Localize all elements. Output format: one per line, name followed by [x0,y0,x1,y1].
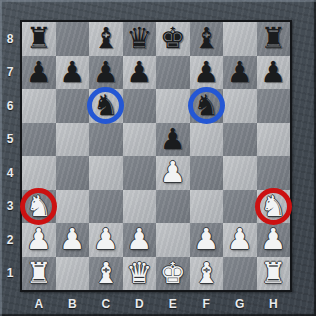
square-h7[interactable]: ♟ [257,56,291,90]
square-g8[interactable] [223,22,257,56]
rank-label-6: 6 [0,89,20,123]
square-d8[interactable]: ♛ [123,22,157,56]
piece-white-queen: ♛ [123,257,157,291]
piece-white-pawn: ♟ [22,223,56,257]
piece-black-pawn: ♟ [123,56,157,90]
piece-white-pawn: ♟ [257,223,291,257]
square-f3[interactable] [190,190,224,224]
square-f8[interactable]: ♝ [190,22,224,56]
square-d1[interactable]: ♛ [123,257,157,291]
square-b1[interactable] [56,257,90,291]
square-a2[interactable]: ♟ [22,223,56,257]
chess-board: ♜♝♛♚♝♜♟♟♟♟♟♟♟♞♞♟♟♞♞♟♟♟♟♟♟♟♜♝♛♚♝♜ [22,22,290,290]
square-d3[interactable] [123,190,157,224]
piece-black-pawn: ♟ [257,56,291,90]
file-labels: ABCDEFGH [22,292,290,316]
square-e6[interactable] [156,89,190,123]
square-g4[interactable] [223,156,257,190]
square-e7[interactable] [156,56,190,90]
piece-white-pawn: ♟ [123,223,157,257]
file-label-f: F [190,292,224,316]
square-c2[interactable]: ♟ [89,223,123,257]
piece-white-knight: ♞ [257,190,291,224]
square-b8[interactable] [56,22,90,56]
piece-white-bishop: ♝ [89,257,123,291]
square-e4[interactable]: ♟ [156,156,190,190]
square-d6[interactable] [123,89,157,123]
square-h4[interactable] [257,156,291,190]
square-g3[interactable] [223,190,257,224]
square-b6[interactable] [56,89,90,123]
square-h1[interactable]: ♜ [257,257,291,291]
piece-black-pawn: ♟ [22,56,56,90]
rank-label-5: 5 [0,123,20,157]
square-b5[interactable] [56,123,90,157]
square-a7[interactable]: ♟ [22,56,56,90]
square-b7[interactable]: ♟ [56,56,90,90]
piece-black-knight: ♞ [89,89,123,123]
square-c7[interactable]: ♟ [89,56,123,90]
rank-label-2: 2 [0,223,20,257]
square-a3[interactable]: ♞ [22,190,56,224]
square-h6[interactable] [257,89,291,123]
square-f1[interactable]: ♝ [190,257,224,291]
square-c3[interactable] [89,190,123,224]
piece-black-king: ♚ [156,22,190,56]
file-label-d: D [123,292,157,316]
square-g1[interactable] [223,257,257,291]
square-a1[interactable]: ♜ [22,257,56,291]
square-d4[interactable] [123,156,157,190]
square-g5[interactable] [223,123,257,157]
square-f4[interactable] [190,156,224,190]
piece-white-knight: ♞ [22,190,56,224]
file-label-h: H [257,292,291,316]
square-f7[interactable]: ♟ [190,56,224,90]
piece-white-rook: ♜ [257,257,291,291]
piece-black-bishop: ♝ [89,22,123,56]
square-h5[interactable] [257,123,291,157]
file-label-b: B [56,292,90,316]
square-b2[interactable]: ♟ [56,223,90,257]
square-h8[interactable]: ♜ [257,22,291,56]
piece-black-pawn: ♟ [156,123,190,157]
square-c6[interactable]: ♞ [89,89,123,123]
piece-black-pawn: ♟ [89,56,123,90]
file-label-a: A [22,292,56,316]
square-a4[interactable] [22,156,56,190]
piece-black-pawn: ♟ [190,56,224,90]
piece-white-pawn: ♟ [56,223,90,257]
piece-white-bishop: ♝ [190,257,224,291]
piece-white-pawn: ♟ [156,156,190,190]
piece-white-rook: ♜ [22,257,56,291]
piece-black-pawn: ♟ [56,56,90,90]
piece-white-pawn: ♟ [89,223,123,257]
square-f6[interactable]: ♞ [190,89,224,123]
piece-black-rook: ♜ [257,22,291,56]
board-border: ♜♝♛♚♝♜♟♟♟♟♟♟♟♞♞♟♟♞♞♟♟♟♟♟♟♟♜♝♛♚♝♜ [20,20,292,292]
square-f5[interactable] [190,123,224,157]
square-d7[interactable]: ♟ [123,56,157,90]
square-h3[interactable]: ♞ [257,190,291,224]
rank-label-3: 3 [0,190,20,224]
square-a5[interactable] [22,123,56,157]
rank-label-7: 7 [0,56,20,90]
square-d2[interactable]: ♟ [123,223,157,257]
file-label-g: G [223,292,257,316]
piece-white-pawn: ♟ [223,223,257,257]
rank-label-1: 1 [0,257,20,291]
square-e2[interactable] [156,223,190,257]
square-d5[interactable] [123,123,157,157]
square-e3[interactable] [156,190,190,224]
rank-label-8: 8 [0,22,20,56]
square-g7[interactable]: ♟ [223,56,257,90]
piece-black-pawn: ♟ [223,56,257,90]
square-a6[interactable] [22,89,56,123]
square-b4[interactable] [56,156,90,190]
square-e5[interactable]: ♟ [156,123,190,157]
square-c5[interactable] [89,123,123,157]
chess-board-frame: 87654321 ♜♝♛♚♝♜♟♟♟♟♟♟♟♞♞♟♟♞♞♟♟♟♟♟♟♟♜♝♛♚♝… [0,0,316,316]
square-c1[interactable]: ♝ [89,257,123,291]
square-f2[interactable]: ♟ [190,223,224,257]
square-c8[interactable]: ♝ [89,22,123,56]
rank-label-4: 4 [0,156,20,190]
file-label-e: E [156,292,190,316]
piece-black-rook: ♜ [22,22,56,56]
square-g2[interactable]: ♟ [223,223,257,257]
piece-black-queen: ♛ [123,22,157,56]
square-g6[interactable] [223,89,257,123]
square-h2[interactable]: ♟ [257,223,291,257]
square-e8[interactable]: ♚ [156,22,190,56]
square-e1[interactable]: ♚ [156,257,190,291]
piece-white-king: ♚ [156,257,190,291]
rank-labels: 87654321 [0,22,20,290]
file-label-c: C [89,292,123,316]
piece-black-bishop: ♝ [190,22,224,56]
square-b3[interactable] [56,190,90,224]
piece-black-knight: ♞ [190,89,224,123]
piece-white-pawn: ♟ [190,223,224,257]
square-c4[interactable] [89,156,123,190]
square-a8[interactable]: ♜ [22,22,56,56]
